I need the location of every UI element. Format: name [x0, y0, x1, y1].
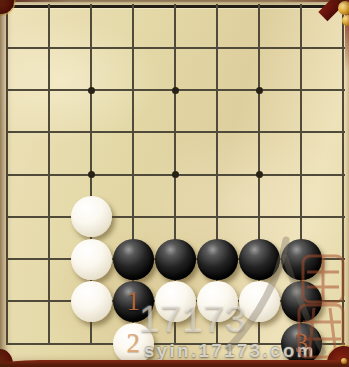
black-stone[interactable]	[281, 281, 322, 322]
star-point	[172, 87, 179, 94]
grid-line-horizontal	[6, 216, 345, 218]
watermark-brand: 17173	[139, 301, 247, 338]
black-stone[interactable]	[197, 239, 238, 280]
black-stone[interactable]	[281, 239, 322, 280]
star-point	[88, 171, 95, 178]
go-board-screenshot: 123 17173 syin.17173.com	[0, 0, 349, 367]
black-stone[interactable]	[239, 239, 280, 280]
black-stone[interactable]	[155, 239, 196, 280]
star-point	[256, 87, 263, 94]
black-stone[interactable]	[113, 239, 154, 280]
star-point	[88, 87, 95, 94]
gold-dot-ornament-icon	[341, 358, 347, 364]
frame-top-strip	[0, 0, 349, 2]
star-point	[256, 171, 263, 178]
white-stone[interactable]	[71, 281, 112, 322]
frame-bottom-band	[0, 360, 349, 367]
white-stone[interactable]	[71, 239, 112, 280]
star-point	[172, 171, 179, 178]
gold-flower-ornament-icon	[342, 15, 349, 26]
white-stone[interactable]	[71, 196, 112, 237]
watermark-url: syin.17173.com	[144, 342, 316, 361]
gold-flower-ornament-icon	[338, 1, 349, 15]
